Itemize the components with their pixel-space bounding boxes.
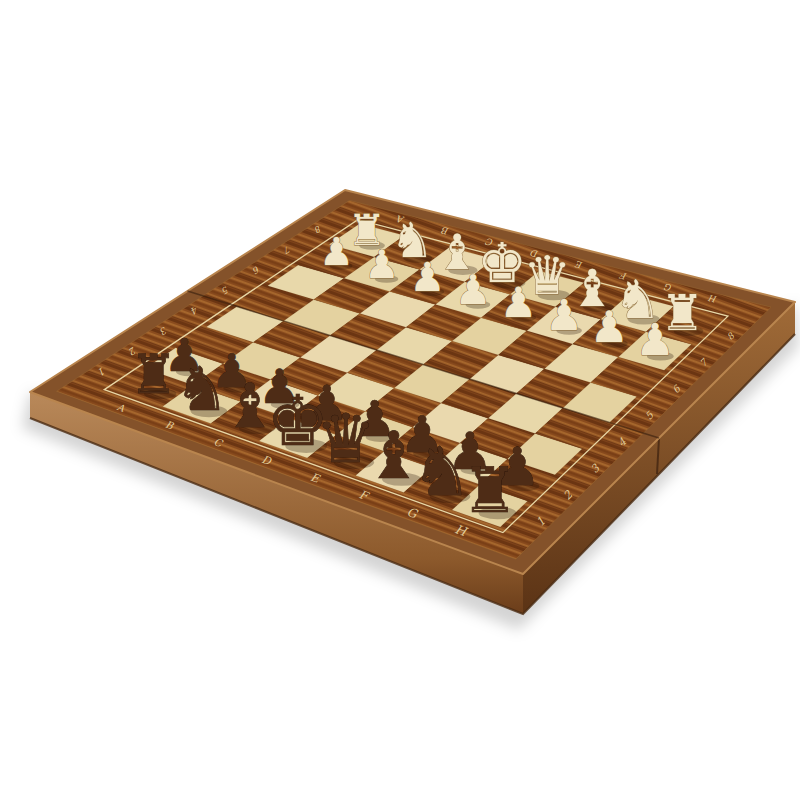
piece-black-rook-h1[interactable]: ♜ (462, 454, 518, 527)
photo-background: AABBCCDDEEFFGGHH1122334455667788♜♞♟♝♟♚♟♛… (0, 0, 800, 800)
piece-black-rook-a1[interactable]: ♜ (129, 343, 178, 406)
chess-board: AABBCCDDEEFFGGHH1122334455667788♜♞♟♝♟♚♟♛… (0, 0, 800, 800)
piece-white-pawn-f7[interactable]: ♟ (545, 290, 583, 340)
piece-white-pawn-g7[interactable]: ♟ (590, 302, 629, 352)
piece-white-pawn-d7[interactable]: ♟ (455, 266, 492, 314)
piece-white-pawn-b7[interactable]: ♟ (364, 242, 399, 287)
piece-white-pawn-a7[interactable]: ♟ (319, 229, 354, 274)
piece-white-pawn-h7[interactable]: ♟ (635, 314, 675, 365)
piece-white-pawn-e7[interactable]: ♟ (500, 278, 537, 327)
piece-black-knight-b1[interactable]: ♞ (174, 354, 228, 424)
piece-white-pawn-c7[interactable]: ♟ (409, 254, 445, 300)
